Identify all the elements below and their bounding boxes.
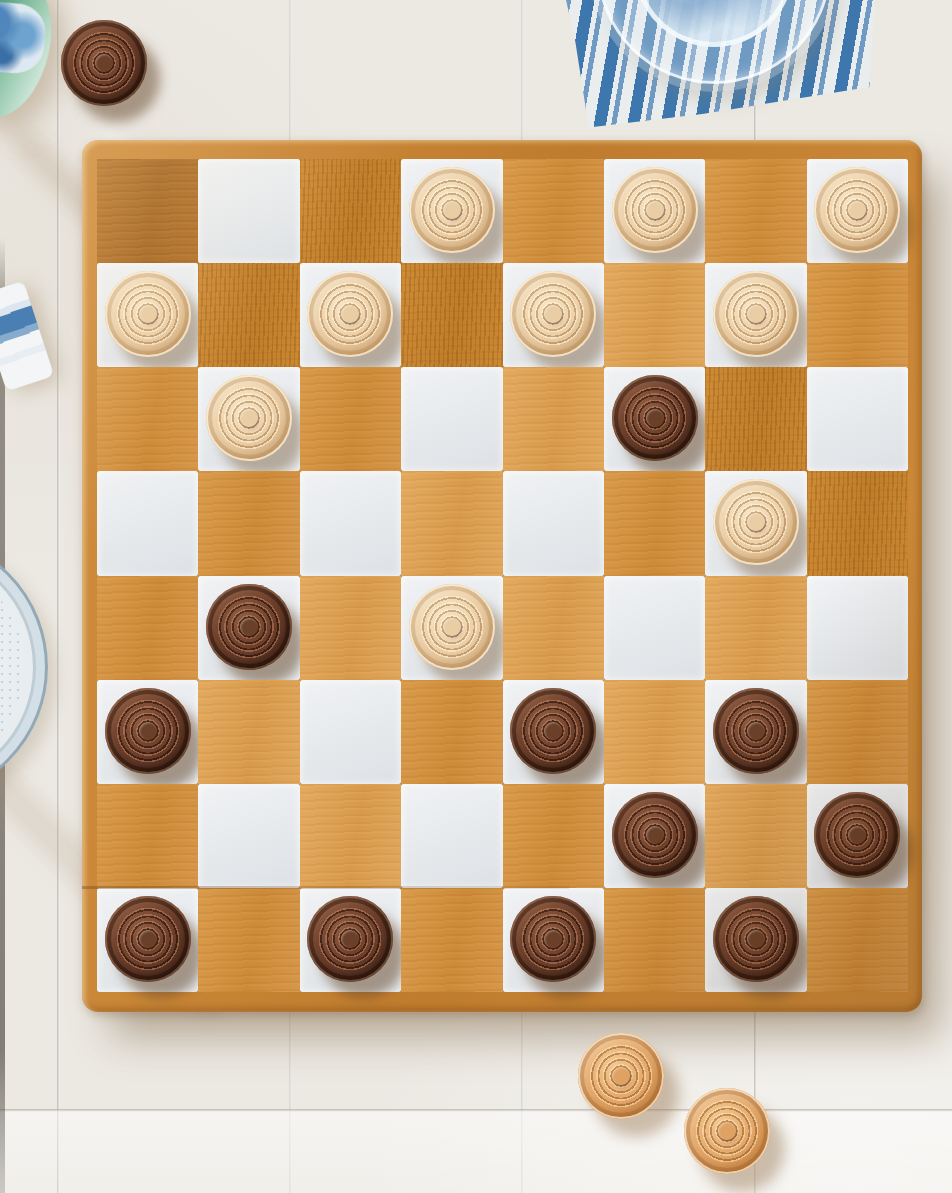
- square-e3[interactable]: [503, 680, 604, 784]
- square-f1[interactable]: [604, 888, 705, 992]
- dark-checker[interactable]: [814, 792, 900, 878]
- square-f8[interactable]: [604, 159, 705, 263]
- checkers-board: [82, 140, 922, 1012]
- scene: [0, 0, 952, 1193]
- square-c7[interactable]: [300, 263, 401, 367]
- dark-checker-offboard[interactable]: [61, 20, 147, 106]
- square-e7[interactable]: [503, 263, 604, 367]
- square-f6[interactable]: [604, 367, 705, 471]
- square-b5[interactable]: [198, 471, 299, 575]
- square-e1[interactable]: [503, 888, 604, 992]
- square-g5[interactable]: [705, 471, 806, 575]
- board-wood-seam: [82, 886, 569, 889]
- square-h3[interactable]: [807, 680, 908, 784]
- square-d2[interactable]: [401, 784, 502, 888]
- square-a5[interactable]: [97, 471, 198, 575]
- square-h2[interactable]: [807, 784, 908, 888]
- dark-checker[interactable]: [510, 896, 596, 982]
- square-g4[interactable]: [705, 576, 806, 680]
- square-d6[interactable]: [401, 367, 502, 471]
- dark-checker[interactable]: [105, 896, 191, 982]
- square-g6[interactable]: [705, 367, 806, 471]
- square-h7[interactable]: [807, 263, 908, 367]
- square-f4[interactable]: [604, 576, 705, 680]
- square-d5[interactable]: [401, 471, 502, 575]
- dark-checker[interactable]: [612, 375, 698, 461]
- light-checker-offboard-2[interactable]: [684, 1088, 770, 1174]
- square-a1[interactable]: [97, 888, 198, 992]
- square-c6[interactable]: [300, 367, 401, 471]
- square-b3[interactable]: [198, 680, 299, 784]
- square-a7[interactable]: [97, 263, 198, 367]
- square-a3[interactable]: [97, 680, 198, 784]
- square-f5[interactable]: [604, 471, 705, 575]
- square-c2[interactable]: [300, 784, 401, 888]
- square-a6[interactable]: [97, 367, 198, 471]
- light-checker[interactable]: [409, 167, 495, 253]
- square-g7[interactable]: [705, 263, 806, 367]
- square-h6[interactable]: [807, 367, 908, 471]
- light-checker[interactable]: [713, 479, 799, 565]
- light-checker[interactable]: [105, 271, 191, 357]
- square-c1[interactable]: [300, 888, 401, 992]
- square-a4[interactable]: [97, 576, 198, 680]
- dark-checker[interactable]: [612, 792, 698, 878]
- square-h5[interactable]: [807, 471, 908, 575]
- square-c3[interactable]: [300, 680, 401, 784]
- light-checker[interactable]: [510, 271, 596, 357]
- glass-bottom-detail: [634, 0, 794, 47]
- square-e4[interactable]: [503, 576, 604, 680]
- square-c4[interactable]: [300, 576, 401, 680]
- square-b2[interactable]: [198, 784, 299, 888]
- square-e2[interactable]: [503, 784, 604, 888]
- bright-floor-strip: [0, 1112, 952, 1193]
- square-b4[interactable]: [198, 576, 299, 680]
- square-g2[interactable]: [705, 784, 806, 888]
- square-c8[interactable]: [300, 159, 401, 263]
- board-grid: [97, 159, 908, 992]
- square-h4[interactable]: [807, 576, 908, 680]
- light-checker-offboard-1[interactable]: [578, 1033, 664, 1119]
- light-checker[interactable]: [307, 271, 393, 357]
- square-b7[interactable]: [198, 263, 299, 367]
- square-e6[interactable]: [503, 367, 604, 471]
- square-f2[interactable]: [604, 784, 705, 888]
- square-d7[interactable]: [401, 263, 502, 367]
- square-a2[interactable]: [97, 784, 198, 888]
- square-e5[interactable]: [503, 471, 604, 575]
- square-d8[interactable]: [401, 159, 502, 263]
- light-checker[interactable]: [612, 167, 698, 253]
- dark-checker[interactable]: [307, 896, 393, 982]
- square-b6[interactable]: [198, 367, 299, 471]
- square-e8[interactable]: [503, 159, 604, 263]
- square-f3[interactable]: [604, 680, 705, 784]
- light-checker[interactable]: [713, 271, 799, 357]
- light-checker[interactable]: [409, 584, 495, 670]
- square-b1[interactable]: [198, 888, 299, 992]
- square-d3[interactable]: [401, 680, 502, 784]
- square-c5[interactable]: [300, 471, 401, 575]
- bottle-label: [0, 1, 47, 76]
- dark-checker[interactable]: [713, 896, 799, 982]
- dark-checker[interactable]: [713, 688, 799, 774]
- square-g3[interactable]: [705, 680, 806, 784]
- square-g1[interactable]: [705, 888, 806, 992]
- dark-checker[interactable]: [105, 688, 191, 774]
- square-g8[interactable]: [705, 159, 806, 263]
- square-f7[interactable]: [604, 263, 705, 367]
- square-d4[interactable]: [401, 576, 502, 680]
- square-b8[interactable]: [198, 159, 299, 263]
- light-checker[interactable]: [206, 375, 292, 461]
- square-h1[interactable]: [807, 888, 908, 992]
- square-a8[interactable]: [97, 159, 198, 263]
- dark-checker[interactable]: [206, 584, 292, 670]
- light-checker[interactable]: [814, 167, 900, 253]
- square-h8[interactable]: [807, 159, 908, 263]
- square-d1[interactable]: [401, 888, 502, 992]
- dark-checker[interactable]: [510, 688, 596, 774]
